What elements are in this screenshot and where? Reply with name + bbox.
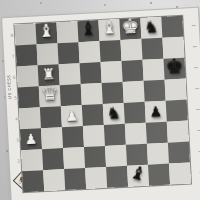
- piece-black-king-h6[interactable]: ♚: [165, 55, 184, 76]
- square-a1[interactable]: [22, 170, 44, 192]
- square-d1[interactable]: [85, 167, 107, 189]
- square-d2[interactable]: [84, 146, 106, 168]
- square-g1[interactable]: [148, 164, 170, 186]
- square-a5[interactable]: [18, 86, 40, 108]
- border-tick: [197, 130, 200, 131]
- piece-black-knight-e4[interactable]: ♞: [106, 105, 121, 122]
- square-c3[interactable]: [62, 126, 84, 148]
- square-b5[interactable]: ♛: [39, 85, 61, 107]
- square-g6[interactable]: [143, 59, 165, 81]
- square-h1[interactable]: [169, 162, 191, 184]
- square-a3[interactable]: ♟: [20, 128, 42, 150]
- piece-black-pawn-g4[interactable]: ♟: [149, 104, 162, 119]
- square-h3[interactable]: [167, 121, 189, 143]
- border-tick: [195, 88, 199, 89]
- square-f1[interactable]: ♝: [127, 165, 149, 187]
- border-tick: [192, 25, 196, 26]
- square-d7[interactable]: [78, 41, 100, 63]
- square-h2[interactable]: [168, 142, 190, 164]
- piece-white-pawn-c4[interactable]: ♟: [65, 108, 78, 123]
- rank-label-7: 7: [10, 53, 16, 58]
- square-d6[interactable]: [80, 62, 102, 84]
- square-f5[interactable]: [123, 81, 145, 103]
- square-a8[interactable]: [14, 23, 36, 45]
- rank-label-8: 8: [9, 32, 15, 37]
- rank-label-5: 5: [12, 95, 18, 100]
- board-photo: US CHESS ♞ ♝♝♝♚♞♜♚♛♟♞♟♟♝ 87654321: [0, 0, 200, 200]
- square-d3[interactable]: [83, 125, 105, 147]
- piece-white-king-f8[interactable]: ♚: [121, 15, 140, 36]
- square-h4[interactable]: [166, 100, 188, 122]
- piece-black-knight-g8[interactable]: ♞: [144, 19, 159, 36]
- border-tick: [199, 172, 200, 173]
- rank-label-2: 2: [16, 158, 22, 163]
- square-b1[interactable]: [43, 169, 65, 191]
- square-f3[interactable]: [125, 123, 147, 145]
- square-d4[interactable]: [82, 104, 104, 126]
- rank-label-4: 4: [13, 116, 19, 121]
- square-g2[interactable]: [147, 143, 169, 165]
- square-b2[interactable]: [42, 148, 64, 170]
- square-f4[interactable]: [124, 102, 146, 124]
- square-g8[interactable]: ♞: [140, 17, 162, 39]
- square-c6[interactable]: [59, 63, 81, 85]
- square-c8[interactable]: [56, 21, 78, 43]
- square-f7[interactable]: [120, 39, 142, 61]
- piece-black-bishop-d8[interactable]: ♝: [80, 19, 97, 38]
- piece-black-bishop-f1[interactable]: ♝: [128, 162, 149, 184]
- square-e8[interactable]: ♝: [98, 19, 120, 41]
- piece-white-queen-b5[interactable]: ♛: [41, 83, 59, 103]
- square-b7[interactable]: [37, 43, 59, 65]
- square-a6[interactable]: [17, 65, 39, 87]
- rank-label-3: 3: [14, 137, 20, 142]
- square-f6[interactable]: [122, 60, 144, 82]
- border-tick: [194, 67, 198, 68]
- square-a7[interactable]: [16, 44, 38, 66]
- square-e4[interactable]: ♞: [103, 103, 125, 125]
- square-b8[interactable]: ♝: [35, 22, 57, 44]
- square-h8[interactable]: [161, 16, 183, 38]
- rank-label-6: 6: [11, 74, 17, 79]
- square-f8[interactable]: ♚: [119, 18, 141, 40]
- piece-white-rook-b6[interactable]: ♜: [42, 67, 56, 83]
- border-tick: [198, 151, 200, 152]
- piece-white-bishop-e8[interactable]: ♝: [101, 18, 118, 37]
- square-h5[interactable]: [165, 79, 187, 101]
- square-h6[interactable]: ♚: [163, 58, 185, 80]
- square-e2[interactable]: [105, 145, 127, 167]
- rank-label-1: 1: [17, 179, 23, 184]
- piece-white-bishop-b8[interactable]: ♝: [38, 21, 55, 40]
- square-c7[interactable]: [58, 42, 80, 64]
- square-e3[interactable]: [104, 124, 126, 146]
- square-b4[interactable]: [40, 106, 62, 128]
- square-e6[interactable]: [101, 61, 123, 83]
- square-d8[interactable]: ♝: [77, 20, 99, 42]
- square-d5[interactable]: [81, 83, 103, 105]
- square-a2[interactable]: [21, 149, 43, 171]
- square-g5[interactable]: [144, 80, 166, 102]
- square-e5[interactable]: [102, 82, 124, 104]
- board-grid: ♝♝♝♚♞♜♚♛♟♞♟♟♝: [14, 16, 191, 193]
- square-e7[interactable]: [99, 40, 121, 62]
- square-g3[interactable]: [146, 122, 168, 144]
- square-c5[interactable]: [60, 84, 82, 106]
- square-a4[interactable]: [19, 107, 41, 129]
- square-e1[interactable]: [106, 166, 128, 188]
- square-c4[interactable]: ♟: [61, 105, 83, 127]
- piece-white-pawn-a3[interactable]: ♟: [24, 131, 37, 146]
- square-g4[interactable]: ♟: [145, 101, 167, 123]
- border-tick: [193, 46, 197, 47]
- square-b3[interactable]: [41, 127, 63, 149]
- border-tick: [196, 109, 200, 110]
- square-c1[interactable]: [64, 168, 86, 190]
- square-g7[interactable]: [141, 38, 163, 60]
- square-c2[interactable]: [63, 147, 85, 169]
- photo-speckles: [0, 0, 2, 2]
- chess-board: US CHESS ♞ ♝♝♝♚♞♜♚♛♟♞♟♟♝ 87654321: [2, 8, 200, 200]
